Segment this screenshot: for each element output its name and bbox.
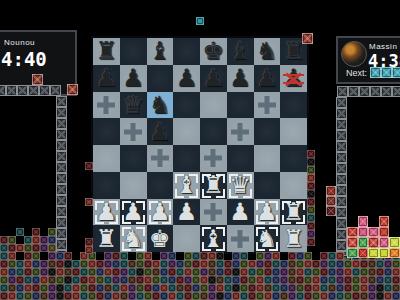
pile-block [24, 236, 32, 244]
square-g3[interactable] [254, 172, 281, 199]
pile-block [256, 260, 264, 268]
pile-block [296, 292, 304, 300]
pile-block [80, 284, 88, 292]
square-g5[interactable] [254, 118, 281, 145]
spawn-bracket [202, 174, 225, 182]
wall-block [336, 229, 347, 240]
black-pawn: ♟ [96, 66, 118, 90]
pile-block [16, 244, 24, 252]
pile-block [368, 237, 379, 248]
square-b7[interactable]: ♟ [120, 65, 147, 92]
pile-block [96, 284, 104, 292]
square-d6[interactable] [173, 92, 200, 119]
pile-block [336, 292, 344, 300]
pile-block [296, 276, 304, 284]
square-a1[interactable]: ♜ [93, 225, 120, 252]
pile-block [104, 284, 112, 292]
pile-block [368, 260, 376, 268]
pile-block [224, 260, 232, 268]
pile-block [64, 276, 72, 284]
square-f6[interactable] [227, 92, 254, 119]
edge-block [307, 190, 315, 198]
pile-block [312, 260, 320, 268]
square-h2[interactable]: ♜ [280, 199, 307, 226]
wall-block [337, 86, 348, 97]
spawn-bracket [149, 215, 172, 223]
wall-block [56, 107, 67, 118]
pile-block [160, 284, 168, 292]
next-piece-cell [32, 74, 43, 85]
square-a3[interactable] [93, 172, 120, 199]
pile-block [112, 268, 120, 276]
pile-block [296, 268, 304, 276]
pile-block [8, 276, 16, 284]
pile-block [184, 260, 192, 268]
pile-block [360, 276, 368, 284]
square-f1[interactable] [227, 225, 254, 252]
pile-block [216, 276, 224, 284]
pile-block [32, 260, 40, 268]
pile-block [16, 228, 24, 236]
next-piece-cell [370, 67, 381, 78]
spawn-bracket [122, 215, 145, 223]
square-b3[interactable] [120, 172, 147, 199]
pile-block [32, 244, 40, 252]
pile-block [64, 260, 72, 268]
pile-block [56, 284, 64, 292]
square-b6[interactable]: ♛ [120, 92, 147, 119]
pile-block [40, 260, 48, 268]
square-c2[interactable]: ♟ [147, 199, 174, 226]
pile-block [32, 252, 40, 260]
pile-block [384, 284, 392, 292]
square-c4[interactable] [147, 145, 174, 172]
square-h4[interactable] [280, 145, 307, 172]
pile-block [360, 260, 368, 268]
pile-block [40, 244, 48, 252]
square-e6[interactable] [200, 92, 227, 119]
pile-block [168, 276, 176, 284]
wall-block [39, 85, 50, 96]
pile-block [160, 260, 168, 268]
edge-block [307, 230, 315, 238]
pile-block [56, 252, 64, 260]
wall-block [381, 86, 392, 97]
pile-block [224, 276, 232, 284]
pile-block [304, 284, 312, 292]
pile-block [8, 260, 16, 268]
square-h6[interactable] [280, 92, 307, 119]
pile-block [128, 268, 136, 276]
pile-block [312, 284, 320, 292]
square-a5[interactable] [93, 118, 120, 145]
pile-block [128, 260, 136, 268]
pile-block [352, 268, 360, 276]
pile-block [104, 276, 112, 284]
pile-block [347, 227, 358, 238]
pile-block [336, 252, 344, 260]
pile-block [120, 276, 128, 284]
white-rook: ♜ [203, 173, 225, 197]
pile-block [392, 284, 400, 292]
pile-block [120, 260, 128, 268]
pile-block [104, 260, 112, 268]
red-block [326, 186, 336, 196]
black-pawn: ♟ [283, 66, 305, 90]
square-c1[interactable]: ♚ [147, 225, 174, 252]
pile-block [120, 284, 128, 292]
red-block [326, 196, 336, 206]
pile-block [56, 260, 64, 268]
pile-block [24, 252, 32, 260]
square-h5[interactable] [280, 118, 307, 145]
wall-block [56, 151, 67, 162]
pile-block [320, 252, 328, 260]
white-pawn: ♟ [149, 200, 171, 224]
square-e1[interactable]: ♝ [200, 225, 227, 252]
pile-block [48, 268, 56, 276]
square-g4[interactable] [254, 145, 281, 172]
pile-block [328, 252, 336, 260]
square-b4[interactable] [120, 145, 147, 172]
pile-block [72, 260, 80, 268]
next-piece-cell [381, 67, 392, 78]
pile-block [208, 292, 216, 300]
pile-block [272, 292, 280, 300]
pile-block [0, 284, 8, 292]
square-h3[interactable] [280, 172, 307, 199]
square-d3[interactable]: ♝ [173, 172, 200, 199]
cyan-block [196, 17, 204, 25]
square-e5[interactable] [200, 118, 227, 145]
pile-block [288, 252, 296, 260]
wall-block [56, 228, 67, 239]
pile-block [389, 248, 400, 259]
pile-block [0, 268, 8, 276]
spawn-bracket [256, 227, 279, 235]
pile-block [296, 284, 304, 292]
pile-block [240, 260, 248, 268]
pile-block [368, 268, 376, 276]
pile-block [379, 237, 390, 248]
pile-block [80, 292, 88, 300]
square-e8[interactable]: ♚ [200, 38, 227, 65]
pile-block [320, 276, 328, 284]
pile-block [288, 276, 296, 284]
pile-block [392, 268, 400, 276]
red-target-mark [280, 65, 307, 92]
white-queen: ♛ [229, 173, 251, 197]
pile-block [48, 284, 56, 292]
red-block [302, 33, 313, 44]
pile-block [280, 276, 288, 284]
wall-block [336, 240, 347, 251]
white-bishop: ♝ [176, 173, 198, 197]
red-sliver [85, 198, 93, 206]
pile-block [24, 276, 32, 284]
black-king: ♚ [203, 39, 225, 63]
pile-block [0, 252, 8, 260]
pile-block [64, 284, 72, 292]
pile-block [128, 276, 136, 284]
pile-block [304, 268, 312, 276]
pile-block [216, 268, 224, 276]
pile-block [240, 252, 248, 260]
square-a8[interactable]: ♜ [93, 38, 120, 65]
wall-block [336, 196, 347, 207]
pile-block [48, 292, 56, 300]
spawn-bracket [122, 201, 145, 209]
edge-block [307, 158, 315, 166]
wall-block [56, 118, 67, 129]
square-h7[interactable]: ♟ [280, 65, 307, 92]
square-a4[interactable] [93, 145, 120, 172]
spawn-bracket [282, 201, 305, 209]
wall-block [56, 217, 67, 228]
pile-block [120, 252, 128, 260]
red-block [326, 206, 336, 216]
square-c8[interactable]: ♝ [147, 38, 174, 65]
pile-block [328, 284, 336, 292]
black-queen: ♛ [122, 93, 144, 117]
pile-block [216, 292, 224, 300]
square-f8[interactable]: ♝ [227, 38, 254, 65]
pile-block [184, 268, 192, 276]
pile-block [272, 268, 280, 276]
pile-block [347, 237, 358, 248]
pile-block [232, 276, 240, 284]
pile-block [200, 292, 208, 300]
pile-block [232, 268, 240, 276]
square-d8[interactable] [173, 38, 200, 65]
edge-block [307, 206, 315, 214]
pile-block [358, 248, 369, 259]
pile-block [24, 260, 32, 268]
pile-block [344, 260, 352, 268]
pile-block [392, 276, 400, 284]
square-d1[interactable] [173, 225, 200, 252]
pile-block [256, 276, 264, 284]
pile-block [368, 292, 376, 300]
square-g6[interactable] [254, 92, 281, 119]
pile-block [368, 227, 379, 238]
pile-block [256, 252, 264, 260]
pile-block [136, 276, 144, 284]
black-pawn: ♟ [203, 66, 225, 90]
pile-block [40, 268, 48, 276]
square-a7[interactable]: ♟ [93, 65, 120, 92]
pile-block [200, 268, 208, 276]
pile-block [208, 284, 216, 292]
pile-block [48, 276, 56, 284]
pile-block [288, 292, 296, 300]
square-g8[interactable]: ♞ [254, 38, 281, 65]
wall-block [359, 86, 370, 97]
pile-block [160, 292, 168, 300]
wall-block [56, 173, 67, 184]
pile-block [379, 248, 390, 259]
pile-block [40, 292, 48, 300]
square-e3[interactable]: ♜ [200, 172, 227, 199]
square-e7[interactable]: ♟ [200, 65, 227, 92]
spawn-bracket [202, 242, 225, 250]
edge-block [307, 214, 315, 222]
square-e4[interactable] [200, 145, 227, 172]
pile-block [184, 284, 192, 292]
square-a6[interactable] [93, 92, 120, 119]
pile-block [336, 276, 344, 284]
pile-block [384, 292, 392, 300]
square-g1[interactable]: ♞ [254, 225, 281, 252]
pile-block [240, 292, 248, 300]
pile-block [56, 268, 64, 276]
pile-block [384, 268, 392, 276]
pile-block [208, 252, 216, 260]
square-f4[interactable] [227, 145, 254, 172]
pile-block [264, 252, 272, 260]
pile-block [216, 252, 224, 260]
square-d4[interactable] [173, 145, 200, 172]
edge-block [307, 182, 315, 190]
pile-block [88, 292, 96, 300]
white-rook: ♜ [96, 227, 118, 251]
pile-block [96, 268, 104, 276]
pile-block [232, 284, 240, 292]
wall-block [392, 86, 400, 97]
pile-block [48, 228, 56, 236]
chess-board[interactable]: ♜♝♚♝♞♜♟♟♟♟♟♟♟♛♞♟♝♜♛♟♟♟♟♟♟♜♜♞♚♝♞♜ [91, 36, 309, 254]
pile-block [224, 268, 232, 276]
pile-block [280, 260, 288, 268]
pile-block [64, 292, 72, 300]
pile-block [264, 260, 272, 268]
black-bishop: ♝ [229, 39, 251, 63]
pile-block [216, 284, 224, 292]
square-b2[interactable]: ♟ [120, 199, 147, 226]
pile-block [168, 284, 176, 292]
edge-block [307, 174, 315, 182]
square-b5[interactable] [120, 118, 147, 145]
pile-block [128, 292, 136, 300]
spawn-bracket [149, 201, 172, 209]
pile-block [88, 260, 96, 268]
pile-block [96, 292, 104, 300]
pile-block [16, 276, 24, 284]
pile-block [16, 260, 24, 268]
pile-block [96, 260, 104, 268]
square-c6[interactable]: ♞ [147, 92, 174, 119]
left-player-name: Nounou [4, 38, 35, 47]
square-a2[interactable]: ♟ [93, 199, 120, 226]
pile-block [24, 244, 32, 252]
wall-block [56, 206, 67, 217]
pile-block [160, 268, 168, 276]
square-c3[interactable] [147, 172, 174, 199]
pile-block [144, 284, 152, 292]
pile-block [8, 268, 16, 276]
pile-block [64, 268, 72, 276]
square-h1[interactable]: ♜ [280, 225, 307, 252]
square-g7[interactable]: ♟ [254, 65, 281, 92]
pile-block [232, 252, 240, 260]
pile-block [192, 268, 200, 276]
pile-block [312, 292, 320, 300]
right-player-panel: Massin 4:38 Next: [336, 36, 400, 84]
square-d5[interactable] [173, 118, 200, 145]
square-b8[interactable] [120, 38, 147, 65]
pile-block [376, 268, 384, 276]
spawn-bracket [122, 227, 145, 235]
square-b1[interactable]: ♞ [120, 225, 147, 252]
pile-block [200, 276, 208, 284]
pile-block [152, 292, 160, 300]
pile-block [296, 260, 304, 268]
wall-block [56, 129, 67, 140]
pile-block [0, 244, 8, 252]
pile-block [368, 276, 376, 284]
pile-block [176, 292, 184, 300]
square-f3[interactable]: ♛ [227, 172, 254, 199]
wall-block [336, 141, 347, 152]
pile-block [120, 292, 128, 300]
wall-block [336, 174, 347, 185]
pile-block [8, 252, 16, 260]
pile-block [32, 292, 40, 300]
pile-block [304, 260, 312, 268]
wall-block [56, 140, 67, 151]
square-f7[interactable]: ♟ [227, 65, 254, 92]
pile-block [248, 268, 256, 276]
pile-block [64, 252, 72, 260]
pile-block [240, 284, 248, 292]
pile-block [358, 237, 369, 248]
pile-block [160, 252, 168, 260]
wall-block [336, 207, 347, 218]
pile-block [0, 292, 8, 300]
red-sliver [85, 246, 93, 254]
edge-block [307, 198, 315, 206]
wall-block [56, 162, 67, 173]
square-c5[interactable]: ♟ [147, 118, 174, 145]
pile-block [336, 268, 344, 276]
wall-block [50, 85, 61, 96]
pile-block [184, 292, 192, 300]
edge-block [307, 238, 315, 246]
pile-block [360, 284, 368, 292]
pile-block [16, 268, 24, 276]
red-block [67, 84, 78, 95]
pile-block [72, 284, 80, 292]
wall-block [336, 108, 347, 119]
square-f2[interactable]: ♟ [227, 199, 254, 226]
white-pawn: ♟ [122, 200, 144, 224]
square-f5[interactable] [227, 118, 254, 145]
pile-block [264, 276, 272, 284]
spawn-bracket [282, 215, 305, 223]
square-d2[interactable]: ♟ [173, 199, 200, 226]
square-e2[interactable] [200, 199, 227, 226]
pile-block [272, 260, 280, 268]
pile-block [40, 284, 48, 292]
square-g2[interactable]: ♟ [254, 199, 281, 226]
pile-block [352, 292, 360, 300]
square-d7[interactable]: ♟ [173, 65, 200, 92]
spawn-bracket [256, 215, 279, 223]
pile-block [168, 268, 176, 276]
black-bishop: ♝ [149, 39, 171, 63]
white-bishop: ♝ [203, 227, 225, 251]
square-c7[interactable] [147, 65, 174, 92]
